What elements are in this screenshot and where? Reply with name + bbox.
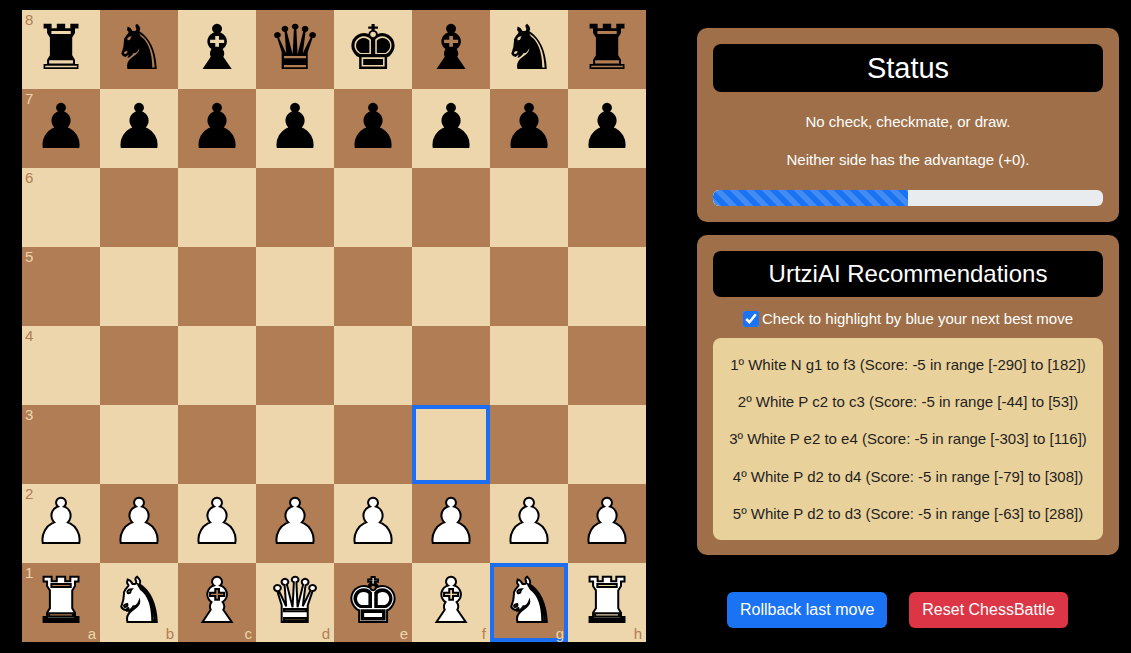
status-advantage-line: Neither side has the advantage (+0). [713, 151, 1103, 168]
square-b1[interactable]: b♞ [100, 563, 178, 642]
square-e3[interactable] [334, 405, 412, 484]
square-d8[interactable]: ♛ [256, 10, 334, 89]
square-c3[interactable] [178, 405, 256, 484]
black-pawn-piece: ♟ [501, 96, 557, 158]
square-a2[interactable]: 2♟ [22, 484, 100, 563]
square-g8[interactable]: ♞ [490, 10, 568, 89]
square-e2[interactable]: ♟ [334, 484, 412, 563]
white-pawn-piece: ♟ [111, 491, 167, 553]
square-a5[interactable]: 5 [22, 247, 100, 326]
square-g1[interactable]: g♞ [490, 563, 568, 642]
black-rook-piece: ♜ [33, 17, 89, 79]
square-f7[interactable]: ♟ [412, 89, 490, 168]
status-panel-title: Status [713, 44, 1103, 92]
square-f2[interactable]: ♟ [412, 484, 490, 563]
square-d6[interactable] [256, 168, 334, 247]
square-a1[interactable]: 1a♜ [22, 563, 100, 642]
white-queen-piece: ♛ [267, 570, 323, 632]
square-c6[interactable] [178, 168, 256, 247]
square-h8[interactable]: ♜ [568, 10, 646, 89]
square-f8[interactable]: ♝ [412, 10, 490, 89]
square-b7[interactable]: ♟ [100, 89, 178, 168]
black-knight-piece: ♞ [111, 17, 167, 79]
square-g6[interactable] [490, 168, 568, 247]
rank-label-3: 3 [25, 406, 33, 423]
square-a4[interactable]: 4 [22, 326, 100, 405]
white-pawn-piece: ♟ [423, 491, 479, 553]
file-label-g: g [556, 625, 564, 642]
square-b6[interactable] [100, 168, 178, 247]
square-b5[interactable] [100, 247, 178, 326]
white-pawn-piece: ♟ [345, 491, 401, 553]
black-knight-piece: ♞ [501, 17, 557, 79]
black-pawn-piece: ♟ [579, 96, 635, 158]
square-f1[interactable]: f♝ [412, 563, 490, 642]
black-rook-piece: ♜ [579, 17, 635, 79]
white-pawn-piece: ♟ [267, 491, 323, 553]
square-g7[interactable]: ♟ [490, 89, 568, 168]
square-h4[interactable] [568, 326, 646, 405]
square-h1[interactable]: h♜ [568, 563, 646, 642]
file-label-a: a [88, 625, 96, 642]
square-e6[interactable] [334, 168, 412, 247]
evaluation-progress-bar [713, 190, 908, 206]
square-h2[interactable]: ♟ [568, 484, 646, 563]
square-b4[interactable] [100, 326, 178, 405]
white-king-piece: ♚ [345, 570, 401, 632]
white-bishop-piece: ♝ [423, 570, 479, 632]
square-d7[interactable]: ♟ [256, 89, 334, 168]
square-d2[interactable]: ♟ [256, 484, 334, 563]
white-pawn-piece: ♟ [33, 491, 89, 553]
square-h6[interactable] [568, 168, 646, 247]
black-pawn-piece: ♟ [111, 96, 167, 158]
square-h3[interactable] [568, 405, 646, 484]
black-queen-piece: ♛ [267, 17, 323, 79]
square-a6[interactable]: 6 [22, 168, 100, 247]
square-g5[interactable] [490, 247, 568, 326]
rank-label-6: 6 [25, 169, 33, 186]
status-check-line: No check, checkmate, or draw. [713, 113, 1103, 130]
square-e4[interactable] [334, 326, 412, 405]
black-pawn-piece: ♟ [423, 96, 479, 158]
recommendation-item-1: 1º White N g1 to f3 (Score: -5 in range … [713, 356, 1103, 373]
rollback-button[interactable]: Rollback last move [727, 592, 887, 628]
recommendation-item-5: 5º White P d2 to d3 (Score: -5 in range … [713, 505, 1103, 522]
square-b2[interactable]: ♟ [100, 484, 178, 563]
square-e5[interactable] [334, 247, 412, 326]
rank-label-1: 1 [25, 564, 33, 581]
evaluation-progress-track [713, 190, 1103, 206]
reset-button[interactable]: Reset ChessBattle [909, 592, 1068, 628]
black-pawn-piece: ♟ [33, 96, 89, 158]
recommendation-item-2: 2º White P c2 to c3 (Score: -5 in range … [713, 393, 1103, 410]
square-g2[interactable]: ♟ [490, 484, 568, 563]
black-king-piece: ♚ [345, 17, 401, 79]
rank-label-8: 8 [25, 11, 33, 28]
recommendations-list: 1º White N g1 to f3 (Score: -5 in range … [713, 338, 1103, 540]
square-a3[interactable]: 3 [22, 405, 100, 484]
rank-label-7: 7 [25, 90, 33, 107]
square-c4[interactable] [178, 326, 256, 405]
file-label-d: d [322, 625, 330, 642]
rank-label-2: 2 [25, 485, 33, 502]
white-pawn-piece: ♟ [501, 491, 557, 553]
highlight-checkbox[interactable] [743, 311, 759, 327]
file-label-e: e [400, 625, 408, 642]
black-pawn-piece: ♟ [345, 96, 401, 158]
square-f3[interactable] [412, 405, 490, 484]
square-h7[interactable]: ♟ [568, 89, 646, 168]
square-c1[interactable]: c♝ [178, 563, 256, 642]
square-a7[interactable]: 7♟ [22, 89, 100, 168]
white-rook-piece: ♜ [33, 570, 89, 632]
square-a8[interactable]: 8♜ [22, 10, 100, 89]
recommendation-item-3: 3º White P e2 to e4 (Score: -5 in range … [713, 430, 1103, 447]
square-c8[interactable]: ♝ [178, 10, 256, 89]
square-f4[interactable] [412, 326, 490, 405]
recommendation-item-4: 4º White P d2 to d4 (Score: -5 in range … [713, 468, 1103, 485]
square-b8[interactable]: ♞ [100, 10, 178, 89]
white-rook-piece: ♜ [579, 570, 635, 632]
chess-board: 8♜♞♝♛♚♝♞♜7♟♟♟♟♟♟♟♟65432♟♟♟♟♟♟♟♟1a♜b♞c♝d♛… [22, 10, 646, 642]
black-bishop-piece: ♝ [423, 17, 479, 79]
rank-label-5: 5 [25, 248, 33, 265]
white-pawn-piece: ♟ [579, 491, 635, 553]
square-b3[interactable] [100, 405, 178, 484]
file-label-h: h [634, 625, 642, 642]
square-h5[interactable] [568, 247, 646, 326]
black-pawn-piece: ♟ [267, 96, 323, 158]
status-panel: Status No check, checkmate, or draw. Nei… [697, 28, 1119, 222]
recommendations-panel: UrtziAI Recommendations Check to highlig… [697, 235, 1119, 555]
file-label-b: b [166, 625, 174, 642]
square-d4[interactable] [256, 326, 334, 405]
square-c2[interactable]: ♟ [178, 484, 256, 563]
chessbattle-app: 8♜♞♝♛♚♝♞♜7♟♟♟♟♟♟♟♟65432♟♟♟♟♟♟♟♟1a♜b♞c♝d♛… [0, 0, 1131, 653]
square-g4[interactable] [490, 326, 568, 405]
recommendations-panel-title: UrtziAI Recommendations [713, 251, 1103, 297]
white-knight-piece: ♞ [111, 570, 167, 632]
white-knight-piece: ♞ [501, 570, 557, 632]
square-c7[interactable]: ♟ [178, 89, 256, 168]
square-g3[interactable] [490, 405, 568, 484]
square-e8[interactable]: ♚ [334, 10, 412, 89]
action-buttons: Rollback last move Reset ChessBattle [727, 592, 1068, 628]
square-d3[interactable] [256, 405, 334, 484]
file-label-f: f [482, 625, 486, 642]
square-f6[interactable] [412, 168, 490, 247]
square-d1[interactable]: d♛ [256, 563, 334, 642]
square-e7[interactable]: ♟ [334, 89, 412, 168]
file-label-c: c [245, 625, 253, 642]
white-pawn-piece: ♟ [189, 491, 245, 553]
square-d5[interactable] [256, 247, 334, 326]
square-f5[interactable] [412, 247, 490, 326]
white-bishop-piece: ♝ [189, 570, 245, 632]
square-e1[interactable]: e♚ [334, 563, 412, 642]
rank-label-4: 4 [25, 327, 33, 344]
square-c5[interactable] [178, 247, 256, 326]
highlight-checkbox-row: Check to highlight by blue your next bes… [713, 310, 1103, 327]
highlight-checkbox-label: Check to highlight by blue your next bes… [762, 310, 1073, 327]
black-bishop-piece: ♝ [189, 17, 245, 79]
black-pawn-piece: ♟ [189, 96, 245, 158]
